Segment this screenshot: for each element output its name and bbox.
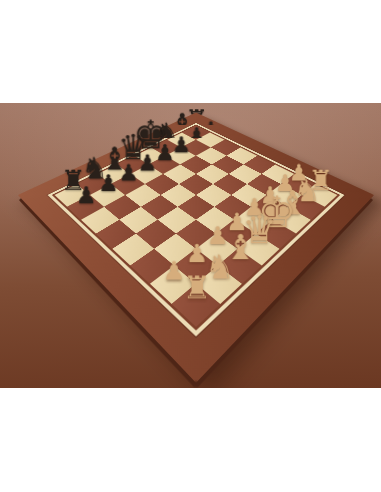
piece-black-pawn: ♟ (54, 140, 116, 207)
piece-white-rook: ♜ (155, 216, 237, 304)
screenshot: ♜♞♝♛♚♞♝♜♟♟♟♟♟♟♟♟♟♟♟♟♟♟♟♟♜♞♝♛♚♝♞♜ (0, 0, 381, 492)
photo: ♜♞♝♛♚♞♝♜♟♟♟♟♟♟♟♟♟♟♟♟♟♟♟♟♜♞♝♛♚♝♞♜ (0, 103, 381, 388)
square-a1: ♜ (172, 284, 220, 327)
